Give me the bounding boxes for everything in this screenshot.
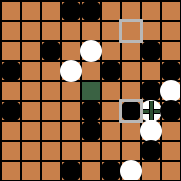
gray-highlight-frame (119, 19, 143, 43)
cell-r0c7[interactable] (140, 0, 160, 20)
cell-r1c4[interactable] (80, 20, 100, 40)
cell-r8c8[interactable] (160, 160, 180, 180)
cell-r0c8[interactable] (160, 0, 180, 20)
cell-r3c8[interactable] (160, 60, 180, 80)
cell-r1c8[interactable] (160, 20, 180, 40)
cell-r4c3[interactable] (60, 80, 80, 100)
cell-r2c5[interactable] (100, 40, 120, 60)
cell-r1c3[interactable] (60, 20, 80, 40)
cell-r3c0[interactable] (0, 60, 20, 80)
cell-r0c3[interactable] (60, 0, 80, 20)
cell-r8c2[interactable] (40, 160, 60, 180)
black-stone (140, 140, 162, 162)
cell-r8c5[interactable] (100, 160, 120, 180)
cell-r0c2[interactable] (40, 0, 60, 20)
black-stone (0, 60, 22, 82)
black-stone (140, 80, 162, 102)
cell-r3c2[interactable] (40, 60, 60, 80)
green-highlight-square[interactable] (80, 80, 100, 100)
cell-r3c6[interactable] (120, 60, 140, 80)
white-stone (160, 80, 181, 102)
cell-r7c0[interactable] (0, 140, 20, 160)
black-stone (60, 160, 82, 181)
white-stone (60, 60, 82, 82)
white-stone (80, 40, 102, 62)
cell-r0c4[interactable] (80, 0, 100, 20)
cell-r6c3[interactable] (60, 120, 80, 140)
cell-r7c5[interactable] (100, 140, 120, 160)
black-stone (100, 160, 122, 181)
cell-r4c1[interactable] (20, 80, 40, 100)
cell-r8c7[interactable] (140, 160, 160, 180)
cell-r8c0[interactable] (0, 160, 20, 180)
cell-r4c6[interactable] (120, 80, 140, 100)
game-window (0, 0, 181, 181)
black-stone (60, 0, 82, 22)
cell-r2c2[interactable] (40, 40, 60, 60)
board (0, 0, 181, 181)
black-stone (80, 100, 102, 122)
cell-r5c1[interactable] (20, 100, 40, 120)
cell-r2c7[interactable] (140, 40, 160, 60)
cell-r5c5[interactable] (100, 100, 120, 120)
cell-r4c0[interactable] (0, 80, 20, 100)
cell-r0c6[interactable] (120, 0, 140, 20)
cell-r2c0[interactable] (0, 40, 20, 60)
cell-r8c4[interactable] (80, 160, 100, 180)
cell-r2c6[interactable] (120, 40, 140, 60)
cell-r1c5[interactable] (100, 20, 120, 40)
cell-r1c1[interactable] (20, 20, 40, 40)
cell-r8c6[interactable] (120, 160, 140, 180)
white-stone (140, 120, 162, 142)
cell-r3c7[interactable] (140, 60, 160, 80)
white-stone (120, 160, 142, 181)
cell-r4c2[interactable] (40, 80, 60, 100)
cell-r8c1[interactable] (20, 160, 40, 180)
cell-r5c7[interactable] (140, 100, 160, 120)
cell-r5c4[interactable] (80, 100, 100, 120)
cross-mark-icon (149, 101, 154, 120)
cell-r3c5[interactable] (100, 60, 120, 80)
cell-r8c3[interactable] (60, 160, 80, 180)
cell-r2c4[interactable] (80, 40, 100, 60)
black-stone (40, 40, 62, 62)
cell-r7c3[interactable] (60, 140, 80, 160)
cell-r6c1[interactable] (20, 120, 40, 140)
cell-r7c8[interactable] (160, 140, 180, 160)
cell-r3c1[interactable] (20, 60, 40, 80)
cell-r1c2[interactable] (40, 20, 60, 40)
black-stone (160, 60, 181, 82)
cell-r6c5[interactable] (100, 120, 120, 140)
black-stone (140, 40, 162, 62)
cell-r7c7[interactable] (140, 140, 160, 160)
cell-r2c3[interactable] (60, 40, 80, 60)
cell-r6c6[interactable] (120, 120, 140, 140)
cell-r7c1[interactable] (20, 140, 40, 160)
cell-r2c8[interactable] (160, 40, 180, 60)
cell-r6c0[interactable] (0, 120, 20, 140)
black-stone (0, 100, 22, 122)
black-stone (100, 60, 122, 82)
cell-r4c8[interactable] (160, 80, 180, 100)
gray-highlight-frame (119, 99, 143, 123)
cell-r0c0[interactable] (0, 0, 20, 20)
cell-r1c0[interactable] (0, 20, 20, 40)
cell-r7c2[interactable] (40, 140, 60, 160)
cell-r1c6[interactable] (120, 20, 140, 40)
cell-r5c3[interactable] (60, 100, 80, 120)
black-stone (160, 100, 181, 122)
cell-r5c8[interactable] (160, 100, 180, 120)
cell-r3c3[interactable] (60, 60, 80, 80)
cell-r5c6[interactable] (120, 100, 140, 120)
cell-r0c5[interactable] (100, 0, 120, 20)
cell-r5c2[interactable] (40, 100, 60, 120)
cell-r7c6[interactable] (120, 140, 140, 160)
cell-r5c0[interactable] (0, 100, 20, 120)
cell-r6c4[interactable] (80, 120, 100, 140)
cell-r6c2[interactable] (40, 120, 60, 140)
black-stone (80, 0, 102, 22)
cell-r1c7[interactable] (140, 20, 160, 40)
black-stone (80, 120, 102, 142)
cell-r4c7[interactable] (140, 80, 160, 100)
cell-r3c4[interactable] (80, 60, 100, 80)
cell-r7c4[interactable] (80, 140, 100, 160)
cell-r6c8[interactable] (160, 120, 180, 140)
cell-r2c1[interactable] (20, 40, 40, 60)
cell-r6c7[interactable] (140, 120, 160, 140)
cell-r4c5[interactable] (100, 80, 120, 100)
cell-r0c1[interactable] (20, 0, 40, 20)
